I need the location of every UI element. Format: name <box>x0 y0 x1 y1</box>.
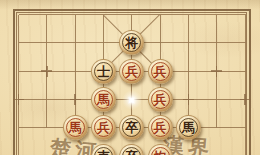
piece-red-soldier[interactable]: 兵 <box>148 87 173 112</box>
point-marker-icon <box>211 66 222 77</box>
piece-black-soldier[interactable]: 卒 <box>119 144 144 155</box>
piece-red-horse[interactable]: 馬 <box>63 115 88 140</box>
xiangqi-board[interactable]: 楚河 漢界 将士兵兵馬兵馬兵卒兵馬車卒炮 ✦ <box>0 0 260 155</box>
piece-character: 士 <box>92 60 115 83</box>
piece-character: 兵 <box>120 60 143 83</box>
piece-black-general[interactable]: 将 <box>119 30 144 55</box>
piece-character: 卒 <box>120 116 143 139</box>
piece-character: 馬 <box>92 88 115 111</box>
piece-black-advisor[interactable]: 士 <box>91 59 116 84</box>
point-marker-icon <box>70 94 81 105</box>
point-marker-icon <box>41 66 52 77</box>
point-marker-icon <box>240 94 251 105</box>
piece-black-soldier[interactable]: 卒 <box>119 115 144 140</box>
piece-character: 兵 <box>92 116 115 139</box>
piece-character: 兵 <box>149 60 172 83</box>
piece-black-horse[interactable]: 馬 <box>176 115 201 140</box>
piece-character: 馬 <box>64 116 87 139</box>
piece-red-soldier[interactable]: 兵 <box>148 59 173 84</box>
piece-character: 卒 <box>120 145 143 155</box>
piece-red-horse[interactable]: 馬 <box>91 87 116 112</box>
piece-character: 兵 <box>149 88 172 111</box>
piece-red-soldier[interactable]: 兵 <box>148 115 173 140</box>
piece-character: 炮 <box>149 145 172 155</box>
piece-character: 将 <box>120 31 143 54</box>
piece-red-cannon[interactable]: 炮 <box>148 144 173 155</box>
piece-character: 兵 <box>149 116 172 139</box>
move-highlight-sparkle-icon[interactable]: ✦ <box>122 90 142 110</box>
point-marker-icon <box>13 94 24 105</box>
piece-black-chariot[interactable]: 車 <box>91 144 116 155</box>
point-marker-icon <box>183 94 194 105</box>
piece-character: 車 <box>92 145 115 155</box>
piece-red-soldier[interactable]: 兵 <box>119 59 144 84</box>
piece-red-soldier[interactable]: 兵 <box>91 115 116 140</box>
piece-character: 馬 <box>177 116 200 139</box>
